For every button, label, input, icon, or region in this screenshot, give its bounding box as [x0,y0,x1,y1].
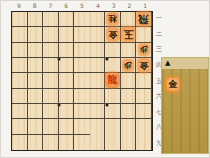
board-square[interactable] [136,135,152,150]
board-square[interactable]: 歩 [136,43,152,58]
file-label: 9 [11,2,27,10]
board-square[interactable] [59,43,75,58]
board-square[interactable] [74,73,90,88]
board-square[interactable] [105,89,121,104]
board-square[interactable] [59,119,75,134]
board-square[interactable] [136,89,152,104]
board-square[interactable] [43,43,59,58]
board-square[interactable] [136,104,152,119]
board-square[interactable] [43,104,59,119]
board-square[interactable] [59,12,75,27]
rank-label: 一 [155,11,163,27]
board-square[interactable]: 飛 [136,12,152,27]
board-square[interactable] [28,27,44,42]
board-square[interactable] [12,135,28,150]
file-label: 2 [121,2,137,10]
board-square[interactable] [105,43,121,58]
board-square[interactable] [90,12,106,27]
board-square[interactable] [136,27,152,42]
board-square[interactable]: 龍 [105,73,121,88]
board-square[interactable]: 歩 [121,58,137,73]
piece-gote-rook[interactable]: 飛 [137,12,150,26]
board-square[interactable] [74,89,90,104]
board-square[interactable] [28,89,44,104]
board-square[interactable] [28,119,44,134]
board-square[interactable] [43,89,59,104]
board-square[interactable] [28,73,44,88]
rank-label: 三 [155,42,163,58]
board-square[interactable] [105,58,121,73]
board-square[interactable]: 桂 [105,12,121,27]
board-square[interactable] [74,43,90,58]
piece-gote-gold[interactable]: 金 [107,28,119,41]
rank-label: 二 [155,27,163,43]
board-square[interactable] [43,12,59,27]
board-square[interactable] [90,135,106,150]
file-labels: 987654321 [11,2,153,10]
board-square[interactable] [59,135,75,150]
board-square[interactable] [28,104,44,119]
board-square[interactable] [121,104,137,119]
board-square[interactable] [43,119,59,134]
board-square[interactable] [74,104,90,119]
board-square[interactable] [74,119,90,134]
board-square[interactable] [43,135,59,150]
file-label: 4 [90,2,106,10]
shogi-board: 桂飛金玉歩歩金龍 [11,11,153,151]
board-square[interactable] [43,27,59,42]
board-square[interactable] [43,73,59,88]
board-square[interactable] [43,58,59,73]
piece-gote-pawn[interactable]: 歩 [139,44,149,55]
board-square[interactable] [74,12,90,27]
board-square[interactable] [12,119,28,134]
piece-gote-king[interactable]: 玉 [122,27,135,41]
board-square[interactable] [12,104,28,119]
board-square[interactable] [12,58,28,73]
board-square[interactable] [90,119,106,134]
piece-gote-pawn[interactable]: 歩 [123,60,133,71]
file-label: 8 [27,2,43,10]
tsume-shogi-widget: 987654321 一二三四五六七八九 桂飛金玉歩歩金龍 ▲ 金 [0,0,210,158]
board-square[interactable] [59,27,75,42]
board-square[interactable] [28,12,44,27]
board-square[interactable] [105,119,121,134]
board-square[interactable] [121,89,137,104]
board-square[interactable] [90,27,106,42]
sente-hand-pieces: 金 [162,69,208,91]
board-square[interactable] [12,12,28,27]
sente-komadai: ▲ 金 [161,57,209,154]
file-label: 6 [58,2,74,10]
board-square[interactable] [59,89,75,104]
board-square[interactable] [28,58,44,73]
file-label: 5 [74,2,90,10]
board-square[interactable] [12,73,28,88]
board-square[interactable] [90,43,106,58]
board-square[interactable] [12,27,28,42]
piece-sente-gold[interactable]: 金 [167,78,179,91]
board-square[interactable] [74,135,90,150]
board-square[interactable] [121,43,137,58]
board-square[interactable] [121,12,137,27]
board-square[interactable]: 金 [136,58,152,73]
board-square[interactable] [12,43,28,58]
board-square[interactable] [74,27,90,42]
board-square[interactable] [121,73,137,88]
board-square[interactable] [90,73,106,88]
board-square[interactable] [59,73,75,88]
board-square[interactable] [12,89,28,104]
board-square[interactable] [90,58,106,73]
board-square[interactable]: 金 [105,27,121,42]
board-square[interactable] [59,58,75,73]
file-label: 3 [106,2,122,10]
piece-sente-dragon[interactable]: 龍 [106,73,119,87]
piece-gote-gold[interactable]: 金 [138,59,150,72]
board-square[interactable] [105,104,121,119]
board-square[interactable] [74,58,90,73]
board-square[interactable]: 玉 [121,27,137,42]
file-label: 7 [43,2,59,10]
piece-gote-knight[interactable]: 桂 [107,13,118,25]
sente-marker: ▲ [162,58,208,69]
board-square[interactable] [121,135,137,150]
board-square[interactable] [121,119,137,134]
board-square[interactable] [59,104,75,119]
board-square[interactable] [136,73,152,88]
file-label: 1 [137,2,153,10]
board-square[interactable] [136,119,152,134]
board-square[interactable] [90,89,106,104]
board-square[interactable] [90,104,106,119]
board-square[interactable] [105,135,121,150]
board-square[interactable] [28,43,44,58]
board-square[interactable] [28,135,44,150]
